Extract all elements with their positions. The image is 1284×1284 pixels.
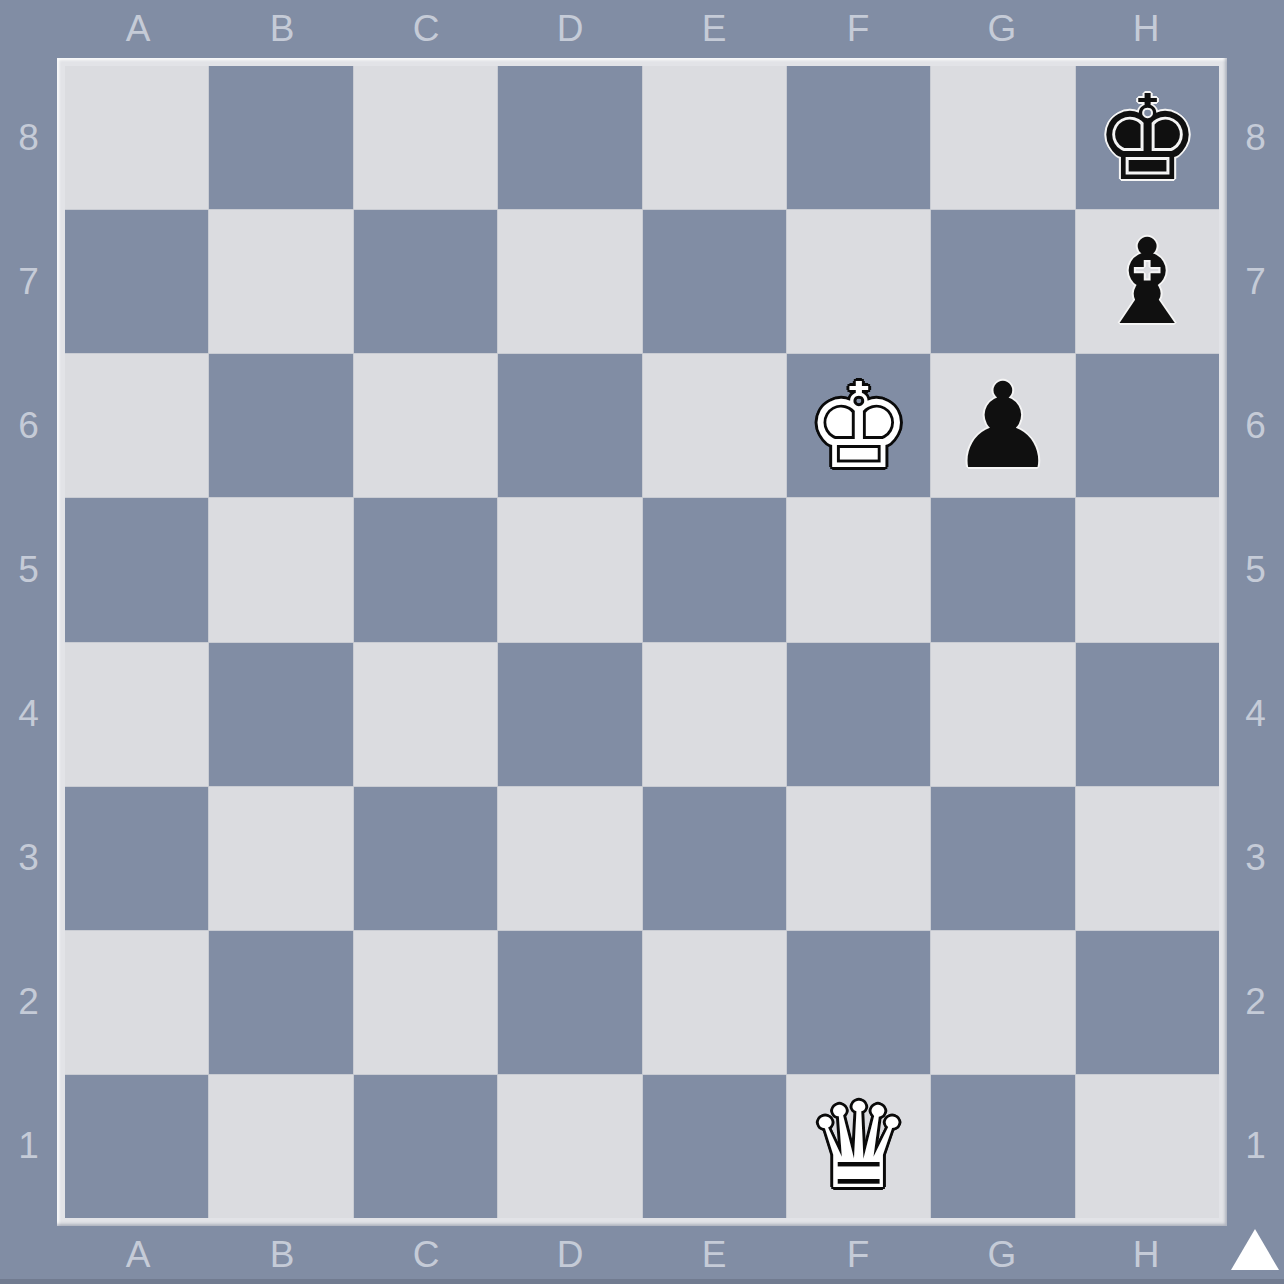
square-f2[interactable] xyxy=(787,931,930,1074)
white-to-move-triangle-icon xyxy=(1231,1229,1279,1270)
square-g4[interactable] xyxy=(931,643,1074,786)
square-d1[interactable] xyxy=(498,1075,641,1218)
square-c8[interactable] xyxy=(354,66,497,209)
square-a4[interactable] xyxy=(65,643,208,786)
square-e2[interactable] xyxy=(643,931,786,1074)
square-d6[interactable] xyxy=(498,354,641,497)
chess-diagram: ABCDEFGH 87654321 ♚♝♚♟♛ 87654321 ABCDEFG… xyxy=(0,0,1284,1284)
rank-label-2: 2 xyxy=(0,930,57,1074)
square-f1[interactable]: ♛ xyxy=(787,1075,930,1218)
rank-label-4: 4 xyxy=(0,642,57,786)
rank-label-1: 1 xyxy=(1227,1074,1284,1218)
square-a8[interactable] xyxy=(65,66,208,209)
square-a5[interactable] xyxy=(65,498,208,641)
black-bishop-piece[interactable]: ♝ xyxy=(1094,223,1200,341)
square-g1[interactable] xyxy=(931,1075,1074,1218)
rank-label-5: 5 xyxy=(1227,498,1284,642)
rank-label-7: 7 xyxy=(1227,210,1284,354)
square-g2[interactable] xyxy=(931,931,1074,1074)
square-a1[interactable] xyxy=(65,1075,208,1218)
file-label-d: D xyxy=(498,1226,642,1284)
file-label-h: H xyxy=(1074,0,1218,58)
square-g5[interactable] xyxy=(931,498,1074,641)
rank-label-8: 8 xyxy=(1227,66,1284,210)
rank-label-8: 8 xyxy=(0,66,57,210)
file-label-b: B xyxy=(210,1226,354,1284)
rank-label-1: 1 xyxy=(0,1074,57,1218)
square-a2[interactable] xyxy=(65,931,208,1074)
rank-label-6: 6 xyxy=(0,354,57,498)
square-g8[interactable] xyxy=(931,66,1074,209)
file-label-b: B xyxy=(210,0,354,58)
rank-label-6: 6 xyxy=(1227,354,1284,498)
rank-label-5: 5 xyxy=(0,498,57,642)
file-label-e: E xyxy=(642,1226,786,1284)
square-h1[interactable] xyxy=(1076,1075,1219,1218)
file-label-a: A xyxy=(66,1226,210,1284)
square-h6[interactable] xyxy=(1076,354,1219,497)
square-h4[interactable] xyxy=(1076,643,1219,786)
square-d8[interactable] xyxy=(498,66,641,209)
square-g6[interactable]: ♟ xyxy=(931,354,1074,497)
square-a6[interactable] xyxy=(65,354,208,497)
square-e8[interactable] xyxy=(643,66,786,209)
file-label-g: G xyxy=(930,0,1074,58)
square-h3[interactable] xyxy=(1076,787,1219,930)
square-f4[interactable] xyxy=(787,643,930,786)
square-e4[interactable] xyxy=(643,643,786,786)
board: ♚♝♚♟♛ xyxy=(65,66,1219,1218)
square-f8[interactable] xyxy=(787,66,930,209)
rank-label-4: 4 xyxy=(1227,642,1284,786)
black-pawn-piece[interactable]: ♟ xyxy=(950,367,1056,485)
file-label-e: E xyxy=(642,0,786,58)
square-b6[interactable] xyxy=(209,354,352,497)
square-h2[interactable] xyxy=(1076,931,1219,1074)
square-h7[interactable]: ♝ xyxy=(1076,210,1219,353)
file-label-f: F xyxy=(786,1226,930,1284)
square-h8[interactable]: ♚ xyxy=(1076,66,1219,209)
square-d5[interactable] xyxy=(498,498,641,641)
square-b3[interactable] xyxy=(209,787,352,930)
square-d3[interactable] xyxy=(498,787,641,930)
file-label-c: C xyxy=(354,0,498,58)
white-queen-piece[interactable]: ♛ xyxy=(806,1087,912,1205)
square-b8[interactable] xyxy=(209,66,352,209)
square-e6[interactable] xyxy=(643,354,786,497)
square-c5[interactable] xyxy=(354,498,497,641)
square-a3[interactable] xyxy=(65,787,208,930)
square-c2[interactable] xyxy=(354,931,497,1074)
file-labels-bottom: ABCDEFGH xyxy=(66,1226,1218,1284)
rank-labels-left: 87654321 xyxy=(0,58,57,1226)
square-c7[interactable] xyxy=(354,210,497,353)
square-e3[interactable] xyxy=(643,787,786,930)
square-b4[interactable] xyxy=(209,643,352,786)
square-d4[interactable] xyxy=(498,643,641,786)
square-a7[interactable] xyxy=(65,210,208,353)
square-c3[interactable] xyxy=(354,787,497,930)
square-c1[interactable] xyxy=(354,1075,497,1218)
file-labels-top: ABCDEFGH xyxy=(66,0,1218,58)
rank-labels-right: 87654321 xyxy=(1227,58,1284,1226)
black-king-piece[interactable]: ♚ xyxy=(1094,79,1200,197)
square-c4[interactable] xyxy=(354,643,497,786)
rank-label-7: 7 xyxy=(0,210,57,354)
square-g7[interactable] xyxy=(931,210,1074,353)
square-e7[interactable] xyxy=(643,210,786,353)
file-label-a: A xyxy=(66,0,210,58)
square-b7[interactable] xyxy=(209,210,352,353)
square-f7[interactable] xyxy=(787,210,930,353)
square-e1[interactable] xyxy=(643,1075,786,1218)
square-d7[interactable] xyxy=(498,210,641,353)
file-label-f: F xyxy=(786,0,930,58)
board-frame: ♚♝♚♟♛ xyxy=(57,58,1227,1226)
square-b5[interactable] xyxy=(209,498,352,641)
square-f3[interactable] xyxy=(787,787,930,930)
file-label-h: H xyxy=(1074,1226,1218,1284)
square-f6[interactable]: ♚ xyxy=(787,354,930,497)
file-label-c: C xyxy=(354,1226,498,1284)
file-label-d: D xyxy=(498,0,642,58)
rank-label-2: 2 xyxy=(1227,930,1284,1074)
square-h5[interactable] xyxy=(1076,498,1219,641)
square-c6[interactable] xyxy=(354,354,497,497)
square-e5[interactable] xyxy=(643,498,786,641)
rank-label-3: 3 xyxy=(0,786,57,930)
square-b2[interactable] xyxy=(209,931,352,1074)
square-b1[interactable] xyxy=(209,1075,352,1218)
square-d2[interactable] xyxy=(498,931,641,1074)
rank-label-3: 3 xyxy=(1227,786,1284,930)
file-label-g: G xyxy=(930,1226,1074,1284)
white-king-piece[interactable]: ♚ xyxy=(806,367,912,485)
square-f5[interactable] xyxy=(787,498,930,641)
square-g3[interactable] xyxy=(931,787,1074,930)
